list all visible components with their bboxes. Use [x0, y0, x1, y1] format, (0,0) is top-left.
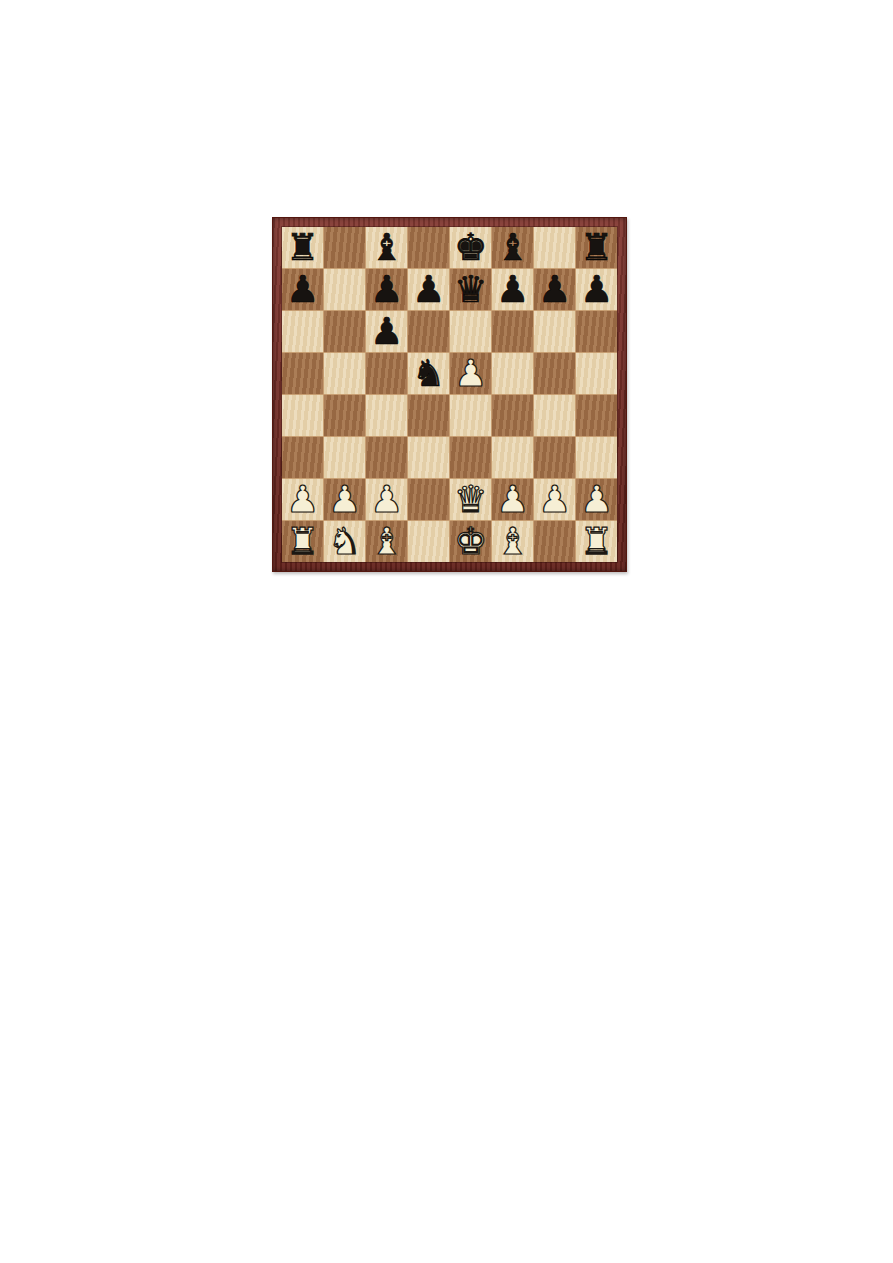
- square-g8[interactable]: [534, 227, 575, 268]
- square-d7[interactable]: ♟: [408, 269, 449, 310]
- piece-black-pawn[interactable]: ♟: [580, 269, 613, 310]
- square-h2[interactable]: ♟: [576, 479, 617, 520]
- square-g2[interactable]: ♟: [534, 479, 575, 520]
- square-a3[interactable]: [282, 437, 323, 478]
- square-a6[interactable]: [282, 311, 323, 352]
- piece-black-bishop[interactable]: ♝: [370, 227, 403, 268]
- page-background: ♜♝♚♝♜♟♟♟♛♟♟♟♟♞♟♟♟♟♛♟♟♟♜♞♝♚♝♜: [0, 0, 893, 1263]
- square-d1[interactable]: [408, 521, 449, 562]
- square-f1[interactable]: ♝: [492, 521, 533, 562]
- piece-white-queen[interactable]: ♛: [454, 479, 487, 520]
- piece-white-bishop[interactable]: ♝: [370, 521, 403, 562]
- square-f4[interactable]: [492, 395, 533, 436]
- square-a2[interactable]: ♟: [282, 479, 323, 520]
- square-e8[interactable]: ♚: [450, 227, 491, 268]
- piece-white-rook[interactable]: ♜: [580, 521, 613, 562]
- square-f5[interactable]: [492, 353, 533, 394]
- piece-white-rook[interactable]: ♜: [286, 521, 319, 562]
- square-d2[interactable]: [408, 479, 449, 520]
- square-e6[interactable]: [450, 311, 491, 352]
- square-a7[interactable]: ♟: [282, 269, 323, 310]
- square-f8[interactable]: ♝: [492, 227, 533, 268]
- piece-white-pawn[interactable]: ♟: [496, 479, 529, 520]
- piece-black-knight[interactable]: ♞: [412, 353, 445, 394]
- square-g6[interactable]: [534, 311, 575, 352]
- square-f6[interactable]: [492, 311, 533, 352]
- piece-black-pawn[interactable]: ♟: [538, 269, 571, 310]
- square-h4[interactable]: [576, 395, 617, 436]
- piece-black-rook[interactable]: ♜: [580, 227, 613, 268]
- square-f2[interactable]: ♟: [492, 479, 533, 520]
- square-c1[interactable]: ♝: [366, 521, 407, 562]
- square-c5[interactable]: [366, 353, 407, 394]
- square-d5[interactable]: ♞: [408, 353, 449, 394]
- piece-white-pawn[interactable]: ♟: [580, 479, 613, 520]
- square-d4[interactable]: [408, 395, 449, 436]
- piece-black-pawn[interactable]: ♟: [286, 269, 319, 310]
- piece-white-bishop[interactable]: ♝: [496, 521, 529, 562]
- square-e5[interactable]: ♟: [450, 353, 491, 394]
- piece-white-pawn[interactable]: ♟: [454, 353, 487, 394]
- piece-white-pawn[interactable]: ♟: [328, 479, 361, 520]
- square-c6[interactable]: ♟: [366, 311, 407, 352]
- piece-white-pawn[interactable]: ♟: [538, 479, 571, 520]
- square-c8[interactable]: ♝: [366, 227, 407, 268]
- square-h5[interactable]: [576, 353, 617, 394]
- square-c7[interactable]: ♟: [366, 269, 407, 310]
- piece-white-pawn[interactable]: ♟: [370, 479, 403, 520]
- piece-black-rook[interactable]: ♜: [286, 227, 319, 268]
- square-a8[interactable]: ♜: [282, 227, 323, 268]
- piece-black-pawn[interactable]: ♟: [496, 269, 529, 310]
- square-f3[interactable]: [492, 437, 533, 478]
- square-b2[interactable]: ♟: [324, 479, 365, 520]
- square-e7[interactable]: ♛: [450, 269, 491, 310]
- chess-board: ♜♝♚♝♜♟♟♟♛♟♟♟♟♞♟♟♟♟♛♟♟♟♜♞♝♚♝♜: [282, 227, 617, 562]
- square-d8[interactable]: [408, 227, 449, 268]
- square-h8[interactable]: ♜: [576, 227, 617, 268]
- square-h1[interactable]: ♜: [576, 521, 617, 562]
- square-g4[interactable]: [534, 395, 575, 436]
- square-a4[interactable]: [282, 395, 323, 436]
- square-h6[interactable]: [576, 311, 617, 352]
- square-b6[interactable]: [324, 311, 365, 352]
- square-e2[interactable]: ♛: [450, 479, 491, 520]
- square-e4[interactable]: [450, 395, 491, 436]
- piece-black-pawn[interactable]: ♟: [370, 269, 403, 310]
- piece-black-king[interactable]: ♚: [454, 227, 487, 268]
- square-b4[interactable]: [324, 395, 365, 436]
- square-h3[interactable]: [576, 437, 617, 478]
- square-a1[interactable]: ♜: [282, 521, 323, 562]
- square-d6[interactable]: [408, 311, 449, 352]
- piece-black-queen[interactable]: ♛: [454, 269, 487, 310]
- square-b5[interactable]: [324, 353, 365, 394]
- square-c3[interactable]: [366, 437, 407, 478]
- piece-black-pawn[interactable]: ♟: [412, 269, 445, 310]
- square-c4[interactable]: [366, 395, 407, 436]
- square-h7[interactable]: ♟: [576, 269, 617, 310]
- square-d3[interactable]: [408, 437, 449, 478]
- square-g7[interactable]: ♟: [534, 269, 575, 310]
- piece-black-bishop[interactable]: ♝: [496, 227, 529, 268]
- square-g3[interactable]: [534, 437, 575, 478]
- piece-black-pawn[interactable]: ♟: [370, 311, 403, 352]
- square-b8[interactable]: [324, 227, 365, 268]
- square-b1[interactable]: ♞: [324, 521, 365, 562]
- square-g1[interactable]: [534, 521, 575, 562]
- square-b3[interactable]: [324, 437, 365, 478]
- square-b7[interactable]: [324, 269, 365, 310]
- square-g5[interactable]: [534, 353, 575, 394]
- square-f7[interactable]: ♟: [492, 269, 533, 310]
- piece-white-knight[interactable]: ♞: [328, 521, 361, 562]
- chess-board-frame: ♜♝♚♝♜♟♟♟♛♟♟♟♟♞♟♟♟♟♛♟♟♟♜♞♝♚♝♜: [272, 217, 627, 572]
- piece-white-pawn[interactable]: ♟: [286, 479, 319, 520]
- square-c2[interactable]: ♟: [366, 479, 407, 520]
- square-e1[interactable]: ♚: [450, 521, 491, 562]
- square-e3[interactable]: [450, 437, 491, 478]
- square-a5[interactable]: [282, 353, 323, 394]
- piece-white-king[interactable]: ♚: [454, 521, 487, 562]
